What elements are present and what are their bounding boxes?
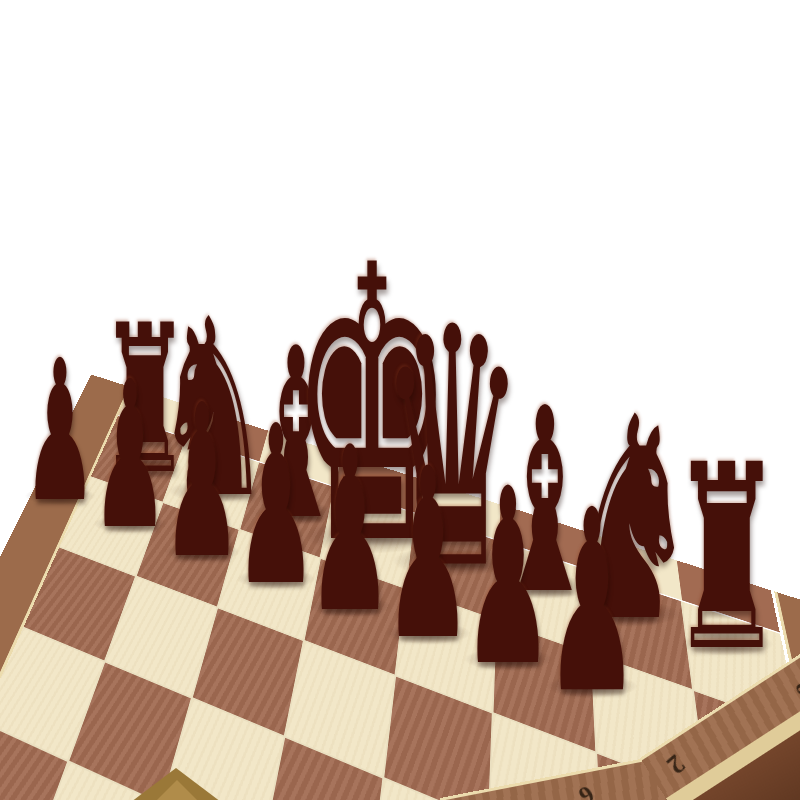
pawn-glyph: ♟ (307, 417, 392, 644)
pawn-glyph: ♟ (384, 437, 472, 672)
pawn-glyph: ♟ (92, 355, 168, 558)
pawn-glyph: ♟ (462, 456, 554, 699)
partial-light-piece-tip-highlight (155, 780, 199, 800)
chess-set-photo: 6 2 8 ♜♞♝♚♛♝♞♜♟♟♟♟♟♟♟♟ (0, 0, 800, 800)
rail-coordinate-2: 2 (661, 748, 692, 780)
rail-coordinate-8: 8 (789, 677, 800, 699)
pawn-glyph: ♟ (545, 477, 640, 728)
rail-coordinate-6: 6 (574, 780, 599, 800)
pawn-glyph: ♟ (162, 377, 241, 588)
pawn-glyph: ♟ (235, 397, 317, 616)
pawn-glyph: ♟ (23, 334, 96, 529)
rook-glyph: ♜ (670, 431, 784, 686)
